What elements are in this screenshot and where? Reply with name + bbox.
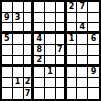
sudoku-given-cell-r7c5: 1 — [45, 67, 56, 78]
sudoku-empty-cell-r9c7[interactable] — [67, 88, 78, 99]
sudoku-empty-cell-r7c4[interactable] — [34, 67, 45, 78]
sudoku-given-cell-r9c3: 7 — [24, 88, 35, 99]
sudoku-board: 27934541687219127 — [0, 0, 101, 101]
sudoku-given-cell-r1c7: 2 — [67, 2, 78, 13]
sudoku-empty-cell-r9c1[interactable] — [2, 88, 13, 99]
sudoku-empty-cell-r5c8[interactable] — [77, 45, 88, 56]
sudoku-given-cell-r4c1: 5 — [2, 34, 13, 45]
sudoku-empty-cell-r3c4[interactable] — [34, 23, 45, 34]
sudoku-given-cell-r8c2: 1 — [13, 78, 24, 89]
sudoku-empty-cell-r6c6[interactable] — [56, 56, 67, 67]
sudoku-empty-cell-r8c5[interactable] — [45, 78, 56, 89]
sudoku-empty-cell-r8c7[interactable] — [67, 78, 78, 89]
sudoku-empty-cell-r2c3[interactable] — [24, 13, 35, 24]
sudoku-empty-cell-r3c3[interactable] — [24, 23, 35, 34]
sudoku-empty-cell-r8c1[interactable] — [2, 78, 13, 89]
sudoku-empty-cell-r4c2[interactable] — [13, 34, 24, 45]
sudoku-given-cell-r2c1: 9 — [2, 13, 13, 24]
sudoku-empty-cell-r7c7[interactable] — [67, 67, 78, 78]
sudoku-empty-cell-r8c6[interactable] — [56, 78, 67, 89]
sudoku-empty-cell-r4c8[interactable] — [77, 34, 88, 45]
sudoku-empty-cell-r5c3[interactable] — [24, 45, 35, 56]
sudoku-empty-cell-r6c1[interactable] — [2, 56, 13, 67]
sudoku-empty-cell-r9c4[interactable] — [34, 88, 45, 99]
sudoku-given-cell-r8c3: 2 — [24, 78, 35, 89]
sudoku-empty-cell-r1c6[interactable] — [56, 2, 67, 13]
sudoku-empty-cell-r6c9[interactable] — [88, 56, 99, 67]
sudoku-empty-cell-r8c8[interactable] — [77, 78, 88, 89]
sudoku-empty-cell-r2c4[interactable] — [34, 13, 45, 24]
sudoku-empty-cell-r6c3[interactable] — [24, 56, 35, 67]
sudoku-empty-cell-r3c5[interactable] — [45, 23, 56, 34]
sudoku-empty-cell-r9c8[interactable] — [77, 88, 88, 99]
sudoku-empty-cell-r6c5[interactable] — [45, 56, 56, 67]
sudoku-empty-cell-r1c5[interactable] — [45, 2, 56, 13]
sudoku-empty-cell-r5c2[interactable] — [13, 45, 24, 56]
sudoku-given-cell-r1c8: 7 — [77, 2, 88, 13]
sudoku-given-cell-r3c8: 4 — [77, 23, 88, 34]
sudoku-empty-cell-r3c9[interactable] — [88, 23, 99, 34]
sudoku-empty-cell-r9c5[interactable] — [45, 88, 56, 99]
sudoku-empty-cell-r8c9[interactable] — [88, 78, 99, 89]
sudoku-empty-cell-r1c9[interactable] — [88, 2, 99, 13]
sudoku-empty-cell-r3c7[interactable] — [67, 23, 78, 34]
sudoku-empty-cell-r6c2[interactable] — [13, 56, 24, 67]
sudoku-empty-cell-r8c4[interactable] — [34, 78, 45, 89]
sudoku-given-cell-r7c9: 9 — [88, 67, 99, 78]
sudoku-given-cell-r4c9: 6 — [88, 34, 99, 45]
sudoku-empty-cell-r2c9[interactable] — [88, 13, 99, 24]
sudoku-given-cell-r4c7: 1 — [67, 34, 78, 45]
sudoku-empty-cell-r2c5[interactable] — [45, 13, 56, 24]
sudoku-given-cell-r6c4: 2 — [34, 56, 45, 67]
sudoku-empty-cell-r4c3[interactable] — [24, 34, 35, 45]
sudoku-empty-cell-r9c6[interactable] — [56, 88, 67, 99]
sudoku-empty-cell-r2c7[interactable] — [67, 13, 78, 24]
sudoku-empty-cell-r7c3[interactable] — [24, 67, 35, 78]
sudoku-empty-cell-r4c5[interactable] — [45, 34, 56, 45]
sudoku-empty-cell-r6c7[interactable] — [67, 56, 78, 67]
sudoku-empty-cell-r1c1[interactable] — [2, 2, 13, 13]
sudoku-empty-cell-r2c6[interactable] — [56, 13, 67, 24]
sudoku-empty-cell-r7c2[interactable] — [13, 67, 24, 78]
sudoku-empty-cell-r9c9[interactable] — [88, 88, 99, 99]
sudoku-empty-cell-r3c6[interactable] — [56, 23, 67, 34]
sudoku-empty-cell-r5c9[interactable] — [88, 45, 99, 56]
sudoku-empty-cell-r5c5[interactable] — [45, 45, 56, 56]
sudoku-empty-cell-r1c2[interactable] — [13, 2, 24, 13]
sudoku-empty-cell-r9c2[interactable] — [13, 88, 24, 99]
sudoku-empty-cell-r3c2[interactable] — [13, 23, 24, 34]
sudoku-empty-cell-r5c7[interactable] — [67, 45, 78, 56]
sudoku-empty-cell-r6c8[interactable] — [77, 56, 88, 67]
sudoku-empty-cell-r3c1[interactable] — [2, 23, 13, 34]
sudoku-empty-cell-r7c1[interactable] — [2, 67, 13, 78]
sudoku-empty-cell-r7c6[interactable] — [56, 67, 67, 78]
sudoku-empty-cell-r1c4[interactable] — [34, 2, 45, 13]
sudoku-given-cell-r4c4: 4 — [34, 34, 45, 45]
sudoku-given-cell-r2c2: 3 — [13, 13, 24, 24]
sudoku-empty-cell-r5c1[interactable] — [2, 45, 13, 56]
sudoku-given-cell-r5c6: 7 — [56, 45, 67, 56]
sudoku-empty-cell-r7c8[interactable] — [77, 67, 88, 78]
sudoku-empty-cell-r4c6[interactable] — [56, 34, 67, 45]
sudoku-empty-cell-r1c3[interactable] — [24, 2, 35, 13]
